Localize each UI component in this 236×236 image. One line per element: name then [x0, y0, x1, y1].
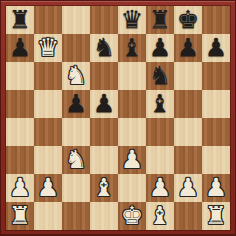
- piece-white-pawn[interactable]: ♟: [202, 174, 230, 202]
- square-c3[interactable]: ♞: [62, 146, 90, 174]
- piece-black-pawn[interactable]: ♟: [174, 34, 202, 62]
- square-f3[interactable]: [146, 146, 174, 174]
- square-b4[interactable]: [34, 118, 62, 146]
- piece-black-bishop[interactable]: ♝: [146, 90, 174, 118]
- piece-white-pawn[interactable]: ♟: [146, 174, 174, 202]
- piece-black-pawn[interactable]: ♟: [6, 34, 34, 62]
- square-d4[interactable]: [90, 118, 118, 146]
- chess-board-frame: ♜♛♜♚♟♛♞♝♟♟♟♞♞♟♟♝♞♟♟♟♝♟♟♟♜♚♝♜: [0, 0, 236, 236]
- piece-black-king[interactable]: ♚: [174, 6, 202, 34]
- piece-black-bishop[interactable]: ♝: [118, 34, 146, 62]
- square-b8[interactable]: [34, 6, 62, 34]
- piece-white-rook[interactable]: ♜: [6, 202, 34, 230]
- square-c5[interactable]: ♟: [62, 90, 90, 118]
- square-c8[interactable]: [62, 6, 90, 34]
- square-g3[interactable]: [174, 146, 202, 174]
- square-c7[interactable]: [62, 34, 90, 62]
- piece-black-queen[interactable]: ♛: [118, 6, 146, 34]
- square-c6[interactable]: ♞: [62, 62, 90, 90]
- chess-board: ♜♛♜♚♟♛♞♝♟♟♟♞♞♟♟♝♞♟♟♟♝♟♟♟♜♚♝♜: [6, 6, 230, 230]
- piece-white-bishop[interactable]: ♝: [90, 174, 118, 202]
- piece-black-rook[interactable]: ♜: [146, 6, 174, 34]
- piece-white-knight[interactable]: ♞: [62, 146, 90, 174]
- piece-black-knight[interactable]: ♞: [146, 62, 174, 90]
- piece-white-pawn[interactable]: ♟: [6, 174, 34, 202]
- square-f7[interactable]: ♟: [146, 34, 174, 62]
- square-d6[interactable]: [90, 62, 118, 90]
- square-e6[interactable]: [118, 62, 146, 90]
- square-b5[interactable]: [34, 90, 62, 118]
- square-g4[interactable]: [174, 118, 202, 146]
- square-f6[interactable]: ♞: [146, 62, 174, 90]
- square-d8[interactable]: [90, 6, 118, 34]
- square-d3[interactable]: [90, 146, 118, 174]
- square-e4[interactable]: [118, 118, 146, 146]
- square-a8[interactable]: ♜: [6, 6, 34, 34]
- piece-white-bishop[interactable]: ♝: [146, 202, 174, 230]
- square-b7[interactable]: ♛: [34, 34, 62, 62]
- square-g6[interactable]: [174, 62, 202, 90]
- square-a2[interactable]: ♟: [6, 174, 34, 202]
- square-h6[interactable]: [202, 62, 230, 90]
- square-d7[interactable]: ♞: [90, 34, 118, 62]
- piece-black-pawn[interactable]: ♟: [202, 34, 230, 62]
- square-c4[interactable]: [62, 118, 90, 146]
- square-b1[interactable]: [34, 202, 62, 230]
- square-d2[interactable]: ♝: [90, 174, 118, 202]
- square-f8[interactable]: ♜: [146, 6, 174, 34]
- square-h5[interactable]: [202, 90, 230, 118]
- piece-black-pawn[interactable]: ♟: [90, 90, 118, 118]
- square-a1[interactable]: ♜: [6, 202, 34, 230]
- piece-black-rook[interactable]: ♜: [6, 6, 34, 34]
- piece-black-pawn[interactable]: ♟: [146, 34, 174, 62]
- square-b6[interactable]: [34, 62, 62, 90]
- piece-white-pawn[interactable]: ♟: [118, 146, 146, 174]
- square-a4[interactable]: [6, 118, 34, 146]
- square-d1[interactable]: [90, 202, 118, 230]
- square-c1[interactable]: [62, 202, 90, 230]
- square-a3[interactable]: [6, 146, 34, 174]
- piece-white-rook[interactable]: ♜: [202, 202, 230, 230]
- square-e2[interactable]: [118, 174, 146, 202]
- square-h3[interactable]: [202, 146, 230, 174]
- square-a7[interactable]: ♟: [6, 34, 34, 62]
- piece-white-knight[interactable]: ♞: [62, 62, 90, 90]
- piece-white-queen[interactable]: ♛: [34, 34, 62, 62]
- square-c2[interactable]: [62, 174, 90, 202]
- square-g8[interactable]: ♚: [174, 6, 202, 34]
- square-f4[interactable]: [146, 118, 174, 146]
- square-g7[interactable]: ♟: [174, 34, 202, 62]
- square-f1[interactable]: ♝: [146, 202, 174, 230]
- square-e8[interactable]: ♛: [118, 6, 146, 34]
- square-g1[interactable]: [174, 202, 202, 230]
- piece-white-pawn[interactable]: ♟: [174, 174, 202, 202]
- square-h4[interactable]: [202, 118, 230, 146]
- piece-white-pawn[interactable]: ♟: [34, 174, 62, 202]
- square-b3[interactable]: [34, 146, 62, 174]
- square-g2[interactable]: ♟: [174, 174, 202, 202]
- square-e7[interactable]: ♝: [118, 34, 146, 62]
- square-f2[interactable]: ♟: [146, 174, 174, 202]
- square-h2[interactable]: ♟: [202, 174, 230, 202]
- square-h7[interactable]: ♟: [202, 34, 230, 62]
- piece-black-pawn[interactable]: ♟: [62, 90, 90, 118]
- square-a5[interactable]: [6, 90, 34, 118]
- square-g5[interactable]: [174, 90, 202, 118]
- square-d5[interactable]: ♟: [90, 90, 118, 118]
- square-f5[interactable]: ♝: [146, 90, 174, 118]
- square-h8[interactable]: [202, 6, 230, 34]
- square-h1[interactable]: ♜: [202, 202, 230, 230]
- square-b2[interactable]: ♟: [34, 174, 62, 202]
- piece-black-knight[interactable]: ♞: [90, 34, 118, 62]
- square-e3[interactable]: ♟: [118, 146, 146, 174]
- square-e5[interactable]: [118, 90, 146, 118]
- square-a6[interactable]: [6, 62, 34, 90]
- square-e1[interactable]: ♚: [118, 202, 146, 230]
- piece-white-king[interactable]: ♚: [118, 202, 146, 230]
